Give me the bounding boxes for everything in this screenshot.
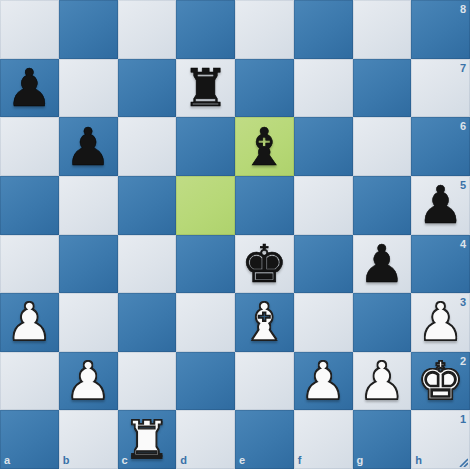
square-c2[interactable] — [118, 352, 177, 411]
square-f2[interactable]: ♟ — [294, 352, 353, 411]
piece-black-pawn[interactable]: ♟ — [359, 238, 406, 290]
square-h8[interactable]: 8 — [411, 0, 470, 59]
square-h6[interactable]: 6 — [411, 117, 470, 176]
square-b8[interactable] — [59, 0, 118, 59]
square-f3[interactable] — [294, 293, 353, 352]
square-f7[interactable] — [294, 59, 353, 118]
square-g7[interactable] — [353, 59, 412, 118]
square-b5[interactable] — [59, 176, 118, 235]
square-g3[interactable] — [353, 293, 412, 352]
square-g5[interactable] — [353, 176, 412, 235]
piece-white-pawn[interactable]: ♟ — [359, 355, 406, 407]
square-a4[interactable] — [0, 235, 59, 294]
square-a1[interactable]: a — [0, 410, 59, 469]
square-g2[interactable]: ♟ — [353, 352, 412, 411]
rank-label-6: 6 — [460, 120, 466, 132]
square-b3[interactable] — [59, 293, 118, 352]
file-label-f: f — [298, 454, 302, 466]
square-b7[interactable] — [59, 59, 118, 118]
piece-white-pawn[interactable]: ♟ — [300, 355, 347, 407]
rank-label-8: 8 — [460, 3, 466, 15]
square-d8[interactable] — [176, 0, 235, 59]
square-f8[interactable] — [294, 0, 353, 59]
square-f5[interactable] — [294, 176, 353, 235]
square-f1[interactable]: f — [294, 410, 353, 469]
square-e7[interactable] — [235, 59, 294, 118]
piece-white-pawn[interactable]: ♟ — [417, 296, 464, 348]
square-h3[interactable]: ♟3 — [411, 293, 470, 352]
square-h5[interactable]: ♟5 — [411, 176, 470, 235]
piece-black-king[interactable]: ♚ — [241, 238, 288, 290]
file-label-g: g — [357, 454, 364, 466]
square-d3[interactable] — [176, 293, 235, 352]
square-a7[interactable]: ♟ — [0, 59, 59, 118]
square-h7[interactable]: 7 — [411, 59, 470, 118]
square-a8[interactable] — [0, 0, 59, 59]
square-b4[interactable] — [59, 235, 118, 294]
square-a6[interactable] — [0, 117, 59, 176]
file-label-b: b — [63, 454, 70, 466]
square-b1[interactable]: b — [59, 410, 118, 469]
file-label-d: d — [180, 454, 187, 466]
piece-white-pawn[interactable]: ♟ — [6, 296, 53, 348]
square-c6[interactable] — [118, 117, 177, 176]
piece-white-king[interactable]: ♚ — [417, 355, 464, 407]
rank-label-4: 4 — [460, 238, 466, 250]
square-b6[interactable]: ♟ — [59, 117, 118, 176]
piece-black-pawn[interactable]: ♟ — [417, 179, 464, 231]
square-c4[interactable] — [118, 235, 177, 294]
file-label-e: e — [239, 454, 245, 466]
square-c3[interactable] — [118, 293, 177, 352]
square-b2[interactable]: ♟ — [59, 352, 118, 411]
square-c1[interactable]: ♜c — [118, 410, 177, 469]
square-d2[interactable] — [176, 352, 235, 411]
square-c5[interactable] — [118, 176, 177, 235]
square-d4[interactable] — [176, 235, 235, 294]
square-g6[interactable] — [353, 117, 412, 176]
square-f4[interactable] — [294, 235, 353, 294]
square-e6[interactable]: ♝ — [235, 117, 294, 176]
chess-board: 8♟♜7♟♝6♟5♚♟4♟♝♟3♟♟♟♚2ab♜cdefgh1 — [0, 0, 470, 469]
square-d6[interactable] — [176, 117, 235, 176]
resize-handle-icon[interactable] — [456, 455, 468, 467]
square-e1[interactable]: e — [235, 410, 294, 469]
square-d5[interactable] — [176, 176, 235, 235]
square-g8[interactable] — [353, 0, 412, 59]
square-e4[interactable]: ♚ — [235, 235, 294, 294]
rank-label-1: 1 — [460, 413, 466, 425]
square-c7[interactable] — [118, 59, 177, 118]
piece-white-bishop[interactable]: ♝ — [241, 296, 288, 348]
rank-label-7: 7 — [460, 62, 466, 74]
square-g1[interactable]: g — [353, 410, 412, 469]
square-e3[interactable]: ♝ — [235, 293, 294, 352]
piece-black-rook[interactable]: ♜ — [182, 62, 229, 114]
square-e2[interactable] — [235, 352, 294, 411]
file-label-a: a — [4, 454, 10, 466]
square-h4[interactable]: 4 — [411, 235, 470, 294]
square-g4[interactable]: ♟ — [353, 235, 412, 294]
square-c8[interactable] — [118, 0, 177, 59]
piece-white-rook[interactable]: ♜ — [124, 414, 171, 466]
piece-black-pawn[interactable]: ♟ — [6, 62, 53, 114]
file-label-h: h — [415, 454, 422, 466]
square-d1[interactable]: d — [176, 410, 235, 469]
piece-black-pawn[interactable]: ♟ — [65, 121, 112, 173]
piece-black-bishop[interactable]: ♝ — [241, 121, 288, 173]
square-f6[interactable] — [294, 117, 353, 176]
square-e5[interactable] — [235, 176, 294, 235]
square-h2[interactable]: ♚2 — [411, 352, 470, 411]
square-e8[interactable] — [235, 0, 294, 59]
square-d7[interactable]: ♜ — [176, 59, 235, 118]
square-a5[interactable] — [0, 176, 59, 235]
square-a2[interactable] — [0, 352, 59, 411]
piece-white-pawn[interactable]: ♟ — [65, 355, 112, 407]
square-a3[interactable]: ♟ — [0, 293, 59, 352]
